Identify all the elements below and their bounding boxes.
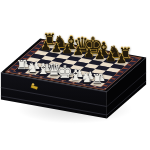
chess-set-product-photo[interactable]: ♜♞♝♛♚♝♞♜♟♟♟♟♟♟♟♟♟♟♟♟♟♟♟♟♜♞♝♛♚♝♞♜ — [0, 0, 150, 150]
